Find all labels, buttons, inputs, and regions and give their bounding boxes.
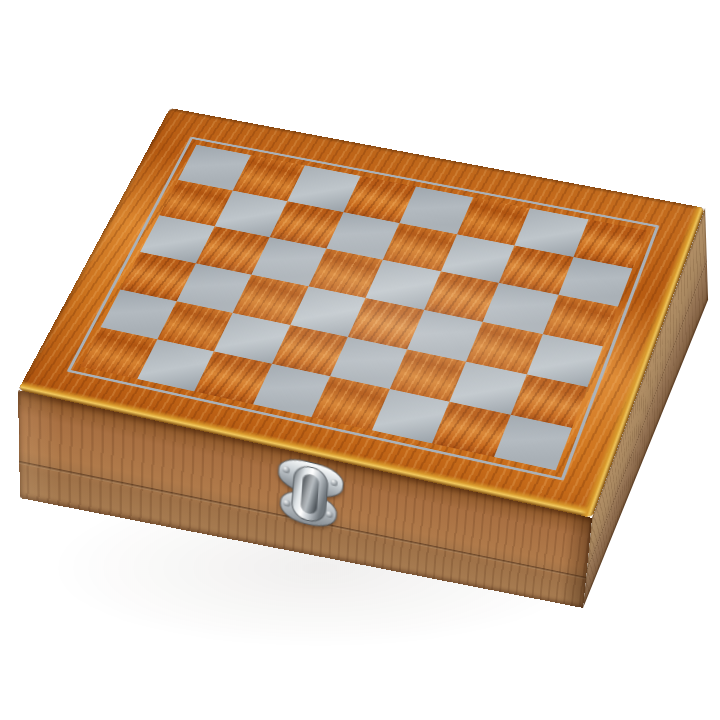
product-photo-chess-box xyxy=(0,0,720,720)
